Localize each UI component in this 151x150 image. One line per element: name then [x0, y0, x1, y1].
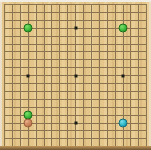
grid-line-horizontal [4, 130, 147, 131]
board-top-edge [0, 0, 151, 2]
grid-line-horizontal [4, 83, 147, 84]
star-point [122, 74, 125, 77]
board-right-edge [149, 0, 151, 150]
grid-line-vertical [146, 4, 147, 147]
star-point [74, 27, 77, 30]
grid-line-vertical [115, 4, 116, 147]
go-board[interactable] [0, 0, 151, 150]
board-grid[interactable] [4, 4, 148, 148]
star-point [27, 74, 30, 77]
grid-line-horizontal [4, 107, 147, 108]
stone-green-d16[interactable] [24, 24, 33, 33]
grid-line-horizontal [4, 138, 147, 139]
star-point [74, 122, 77, 125]
grid-line-vertical [130, 4, 131, 147]
grid-line-vertical [107, 4, 108, 147]
grid-line-vertical [91, 4, 92, 147]
board-bottom-edge [0, 146, 151, 150]
grid-line-horizontal [4, 99, 147, 100]
stone-green-q16[interactable] [119, 24, 128, 33]
stone-salmon-d4[interactable] [24, 119, 33, 128]
go-app-window [0, 0, 151, 150]
star-point [74, 74, 77, 77]
board-left-edge [0, 0, 2, 150]
grid-line-vertical [99, 4, 100, 147]
grid-line-vertical [138, 4, 139, 147]
grid-line-vertical [83, 4, 84, 147]
grid-line-horizontal [4, 91, 147, 92]
stone-cyan-q4[interactable] [119, 119, 128, 128]
